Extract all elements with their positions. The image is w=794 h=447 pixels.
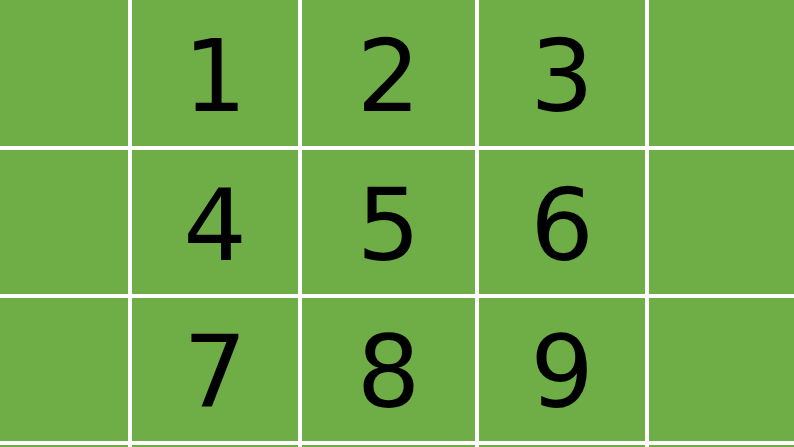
cell-r2-c3: 5 xyxy=(302,150,475,294)
cell-r1-c1-empty xyxy=(0,0,128,146)
cell-r1-c5-empty xyxy=(649,0,794,146)
cell-r3-c5-empty xyxy=(649,298,794,441)
cell-r1-c2: 1 xyxy=(132,0,298,146)
cell-r1-c4: 3 xyxy=(479,0,645,146)
cell-r3-c3: 8 xyxy=(302,298,475,441)
number-grid-board: 1 2 3 4 5 6 7 8 9 xyxy=(0,0,794,447)
cell-r2-c2: 4 xyxy=(132,150,298,294)
cell-r2-c5-empty xyxy=(649,150,794,294)
cell-r2-c4: 6 xyxy=(479,150,645,294)
cell-r3-c2: 7 xyxy=(132,298,298,441)
cell-r1-c3: 2 xyxy=(302,0,475,146)
cell-r3-c4: 9 xyxy=(479,298,645,441)
cell-r2-c1-empty xyxy=(0,150,128,294)
cell-r3-c1-empty xyxy=(0,298,128,441)
